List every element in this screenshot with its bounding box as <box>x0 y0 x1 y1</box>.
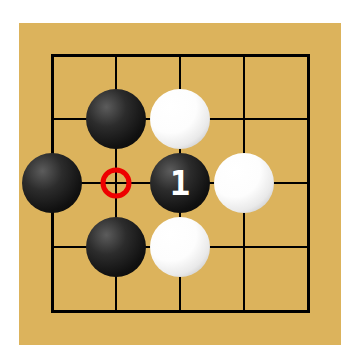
red-circle-marker <box>101 168 132 199</box>
move-number-label: 1 <box>170 166 190 200</box>
go-board: 1 <box>19 23 341 345</box>
white-stone <box>150 89 210 149</box>
white-stone <box>214 153 274 213</box>
black-stone: 1 <box>150 153 210 213</box>
go-diagram: 1 <box>0 0 361 361</box>
black-stone <box>86 89 146 149</box>
grid-line-horizontal <box>51 54 310 57</box>
white-stone <box>150 217 210 277</box>
black-stone <box>86 217 146 277</box>
black-stone <box>22 153 82 213</box>
grid-line-horizontal <box>51 310 310 313</box>
